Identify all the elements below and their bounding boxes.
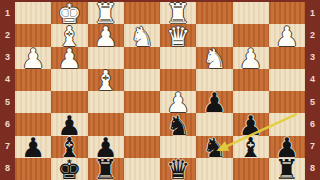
square-h7[interactable]: ♟: [15, 136, 51, 158]
square-d4[interactable]: [160, 69, 196, 91]
black-pawn: ♟: [275, 138, 299, 158]
square-e1[interactable]: [124, 2, 160, 24]
white-bishop: ♝: [57, 27, 81, 47]
square-b4[interactable]: [233, 69, 269, 91]
rank-label-5-right: 5: [305, 91, 320, 113]
white-rook: ♜: [166, 4, 190, 24]
square-c1[interactable]: [196, 2, 232, 24]
rank-label-4-right: 4: [305, 69, 320, 91]
black-pawn: ♟: [239, 116, 263, 136]
black-king: ♚: [57, 160, 81, 180]
square-d5[interactable]: ♟: [160, 91, 196, 113]
square-g4[interactable]: [51, 69, 87, 91]
rank-label-8-left: 8: [0, 158, 15, 180]
rank-label-2-right: 2: [305, 24, 320, 46]
white-rook: ♜: [94, 4, 118, 24]
black-pawn: ♟: [21, 138, 45, 158]
rank-labels-left: 12345678: [0, 2, 15, 180]
square-e2[interactable]: ♞: [124, 24, 160, 46]
white-knight: ♞: [202, 49, 226, 69]
square-e8[interactable]: [124, 158, 160, 180]
rank-label-4-left: 4: [0, 69, 15, 91]
black-bishop: ♝: [57, 138, 81, 158]
black-bishop: ♝: [239, 138, 263, 158]
square-f8[interactable]: ♜: [88, 158, 124, 180]
square-a5[interactable]: [269, 91, 305, 113]
square-a7[interactable]: ♟: [269, 136, 305, 158]
square-b2[interactable]: [233, 24, 269, 46]
square-f3[interactable]: [88, 47, 124, 69]
square-e6[interactable]: [124, 113, 160, 135]
black-rook: ♜: [275, 160, 299, 180]
chess-board: ♚♜♜♝♟♞♛♟♟♟♞♟♝♟♟♟♞♟♟♝♟♞♝♟♚♜♛♜: [15, 2, 305, 180]
black-knight: ♞: [166, 116, 190, 136]
white-king: ♚: [57, 4, 81, 24]
square-f1[interactable]: ♜: [88, 2, 124, 24]
square-g6[interactable]: ♟: [51, 113, 87, 135]
black-queen: ♛: [166, 160, 190, 180]
rank-label-8-right: 8: [305, 158, 320, 180]
white-bishop: ♝: [94, 71, 118, 91]
square-e7[interactable]: [124, 136, 160, 158]
rank-label-7-right: 7: [305, 136, 320, 158]
rank-label-3-right: 3: [305, 47, 320, 69]
white-knight: ♞: [130, 27, 154, 47]
square-f4[interactable]: ♝: [88, 69, 124, 91]
square-h5[interactable]: [15, 91, 51, 113]
white-pawn: ♟: [275, 27, 299, 47]
square-a4[interactable]: [269, 69, 305, 91]
square-c7[interactable]: ♞: [196, 136, 232, 158]
rank-label-6-left: 6: [0, 113, 15, 135]
rank-label-5-left: 5: [0, 91, 15, 113]
black-knight: ♞: [202, 138, 226, 158]
square-g5[interactable]: [51, 91, 87, 113]
square-c3[interactable]: ♞: [196, 47, 232, 69]
square-f2[interactable]: ♟: [88, 24, 124, 46]
square-e4[interactable]: [124, 69, 160, 91]
rank-label-7-left: 7: [0, 136, 15, 158]
square-d7[interactable]: [160, 136, 196, 158]
black-pawn: ♟: [57, 116, 81, 136]
square-b5[interactable]: [233, 91, 269, 113]
square-h3[interactable]: ♟: [15, 47, 51, 69]
square-f7[interactable]: ♟: [88, 136, 124, 158]
square-e5[interactable]: [124, 91, 160, 113]
black-rook: ♜: [94, 160, 118, 180]
square-d3[interactable]: [160, 47, 196, 69]
rank-label-1-right: 1: [305, 2, 320, 24]
rank-labels-right: 12345678: [305, 2, 320, 180]
square-a3[interactable]: [269, 47, 305, 69]
square-h2[interactable]: [15, 24, 51, 46]
square-c6[interactable]: [196, 113, 232, 135]
square-h1[interactable]: [15, 2, 51, 24]
square-b6[interactable]: ♟: [233, 113, 269, 135]
black-pawn: ♟: [94, 138, 118, 158]
chess-diagram: 12345678 ♚♜♜♝♟♞♛♟♟♟♞♟♝♟♟♟♞♟♟♝♟♞♝♟♚♜♛♜ 12…: [0, 0, 320, 180]
rank-label-1-left: 1: [0, 2, 15, 24]
square-d6[interactable]: ♞: [160, 113, 196, 135]
square-c2[interactable]: [196, 24, 232, 46]
square-a8[interactable]: ♜: [269, 158, 305, 180]
white-pawn: ♟: [239, 49, 263, 69]
square-g8[interactable]: ♚: [51, 158, 87, 180]
white-pawn: ♟: [21, 49, 45, 69]
square-h8[interactable]: [15, 158, 51, 180]
rank-label-6-right: 6: [305, 113, 320, 135]
square-a1[interactable]: [269, 2, 305, 24]
square-a6[interactable]: [269, 113, 305, 135]
black-pawn: ♟: [202, 93, 226, 113]
square-d8[interactable]: ♛: [160, 158, 196, 180]
square-b1[interactable]: [233, 2, 269, 24]
square-d1[interactable]: ♜: [160, 2, 196, 24]
square-g3[interactable]: ♟: [51, 47, 87, 69]
square-g7[interactable]: ♝: [51, 136, 87, 158]
square-f6[interactable]: [88, 113, 124, 135]
square-f5[interactable]: [88, 91, 124, 113]
square-d2[interactable]: ♛: [160, 24, 196, 46]
square-c8[interactable]: [196, 158, 232, 180]
square-a2[interactable]: ♟: [269, 24, 305, 46]
square-b7[interactable]: ♝: [233, 136, 269, 158]
rank-label-3-left: 3: [0, 47, 15, 69]
square-b3[interactable]: ♟: [233, 47, 269, 69]
square-e3[interactable]: [124, 47, 160, 69]
square-g2[interactable]: ♝: [51, 24, 87, 46]
white-pawn: ♟: [57, 49, 81, 69]
square-c5[interactable]: ♟: [196, 91, 232, 113]
square-h6[interactable]: [15, 113, 51, 135]
white-pawn: ♟: [94, 27, 118, 47]
white-queen: ♛: [166, 27, 190, 47]
square-b8[interactable]: [233, 158, 269, 180]
rank-label-2-left: 2: [0, 24, 15, 46]
square-c4[interactable]: [196, 69, 232, 91]
square-h4[interactable]: [15, 69, 51, 91]
square-g1[interactable]: ♚: [51, 2, 87, 24]
white-pawn: ♟: [166, 93, 190, 113]
